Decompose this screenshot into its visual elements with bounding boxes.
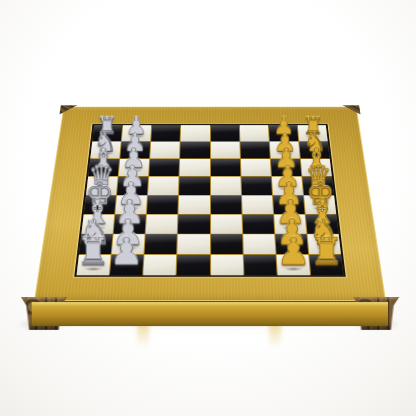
- square-gloss: [179, 195, 210, 213]
- corner-cap-top-left: [59, 105, 77, 114]
- square-c5[interactable]: [210, 159, 240, 176]
- corner-cap-top-right: [343, 105, 361, 114]
- square-gloss: [242, 195, 273, 213]
- square-h4[interactable]: [177, 255, 209, 276]
- square-h6[interactable]: [243, 255, 276, 276]
- chess-set-photo: ♜♟♟♜♞♟♟♞♝♟♟♝♛♟♟♛♚♟♟♚♝♟♟♝♞♟♟♞♜♟♟♜: [0, 0, 416, 416]
- piece-white-pawn-h2[interactable]: ♟: [110, 234, 144, 270]
- square-b5[interactable]: [210, 142, 239, 159]
- square-gloss: [240, 142, 270, 159]
- square-gloss: [210, 177, 240, 195]
- perspective-scene: ♜♟♟♜♞♟♟♞♝♟♟♝♛♟♟♛♚♟♟♚♝♟♟♝♞♟♟♞♜♟♟♜: [0, 0, 416, 416]
- square-f6[interactable]: [242, 214, 274, 233]
- square-e4[interactable]: [179, 195, 210, 213]
- square-c6[interactable]: [241, 159, 271, 176]
- square-h3[interactable]: [144, 255, 177, 276]
- square-gloss: [241, 177, 272, 195]
- square-gloss: [211, 234, 243, 254]
- square-gloss: [146, 214, 178, 233]
- square-h8[interactable]: ♜: [309, 255, 343, 276]
- square-h2[interactable]: ♟: [110, 255, 144, 276]
- square-f3[interactable]: [146, 214, 178, 233]
- square-c3[interactable]: [149, 159, 179, 176]
- square-gloss: [242, 214, 274, 233]
- square-c4[interactable]: [180, 159, 210, 176]
- square-d6[interactable]: [241, 177, 272, 195]
- square-g5[interactable]: [211, 234, 243, 254]
- square-gloss: [179, 177, 209, 195]
- board-front-edge: [32, 301, 389, 326]
- chess-board: ♜♟♟♜♞♟♟♞♝♟♟♝♛♟♟♛♚♟♟♚♝♟♟♝♞♟♟♞♜♟♟♜: [34, 107, 386, 301]
- square-gloss: [243, 255, 276, 276]
- square-g6[interactable]: [243, 234, 275, 254]
- square-a6[interactable]: [240, 125, 269, 141]
- square-e5[interactable]: [211, 195, 242, 213]
- square-d5[interactable]: [210, 177, 240, 195]
- square-gloss: [241, 159, 271, 176]
- brass-frame: ♜♟♟♜♞♟♟♞♝♟♟♝♛♟♟♛♚♟♟♚♝♟♟♝♞♟♟♞♜♟♟♜: [34, 107, 386, 301]
- square-gloss: [148, 177, 179, 195]
- square-b4[interactable]: [180, 142, 209, 159]
- square-gloss: [181, 125, 210, 141]
- square-gloss: [240, 125, 269, 141]
- square-g3[interactable]: [145, 234, 177, 254]
- square-e3[interactable]: [147, 195, 178, 213]
- square-f4[interactable]: [178, 214, 209, 233]
- square-gloss: [211, 195, 242, 213]
- square-f5[interactable]: [211, 214, 242, 233]
- square-e6[interactable]: [242, 195, 273, 213]
- square-gloss: [178, 214, 209, 233]
- square-gloss: [243, 234, 275, 254]
- square-gloss: [147, 195, 178, 213]
- square-gloss: [211, 214, 242, 233]
- square-a5[interactable]: [210, 125, 239, 141]
- square-gloss: [211, 255, 243, 276]
- piece-white-rook-h1[interactable]: ♜: [76, 234, 110, 270]
- square-gloss: [151, 125, 180, 141]
- square-h5[interactable]: [211, 255, 243, 276]
- board-grid: ♜♟♟♜♞♟♟♞♝♟♟♝♛♟♟♛♚♟♟♚♝♟♟♝♞♟♟♞♜♟♟♜: [74, 124, 346, 276]
- square-h7[interactable]: ♟: [276, 255, 310, 276]
- piece-black-pawn-h7[interactable]: ♟: [276, 234, 310, 270]
- square-gloss: [180, 142, 209, 159]
- square-d4[interactable]: [179, 177, 209, 195]
- square-h1[interactable]: ♜: [77, 255, 111, 276]
- square-gloss: [210, 159, 240, 176]
- square-gloss: [177, 255, 209, 276]
- square-b3[interactable]: [150, 142, 180, 159]
- square-d3[interactable]: [148, 177, 179, 195]
- square-gloss: [144, 255, 177, 276]
- square-g4[interactable]: [178, 234, 210, 254]
- square-gloss: [210, 125, 239, 141]
- square-gloss: [180, 159, 210, 176]
- square-gloss: [150, 142, 180, 159]
- square-a4[interactable]: [181, 125, 210, 141]
- square-a3[interactable]: [151, 125, 180, 141]
- square-gloss: [145, 234, 177, 254]
- square-b6[interactable]: [240, 142, 270, 159]
- square-gloss: [178, 234, 210, 254]
- square-gloss: [149, 159, 179, 176]
- square-gloss: [210, 142, 239, 159]
- piece-black-rook-h8[interactable]: ♜: [310, 234, 344, 270]
